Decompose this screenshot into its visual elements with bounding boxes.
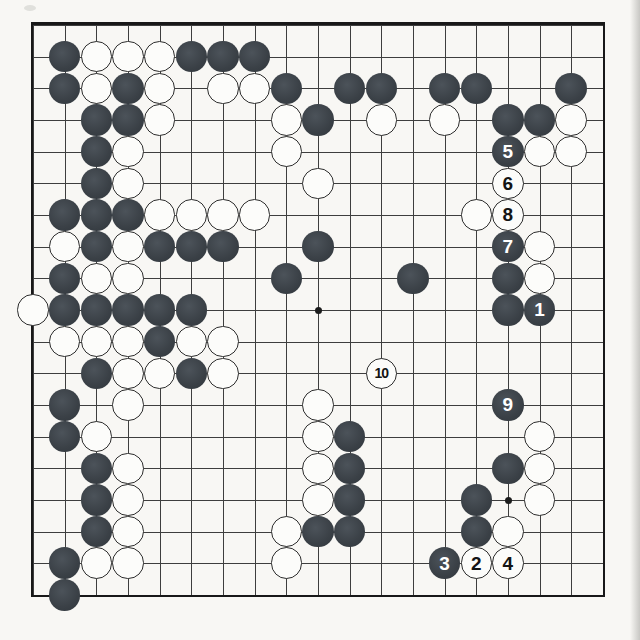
stone-white[interactable] [144, 358, 175, 389]
move-number: 7 [503, 237, 514, 256]
stone-white[interactable] [112, 547, 143, 578]
stone-white[interactable] [302, 421, 333, 452]
stone-black[interactable] [81, 294, 112, 325]
stone-white[interactable] [112, 168, 143, 199]
stone-black[interactable] [81, 484, 112, 515]
stone-white[interactable] [17, 294, 48, 325]
stone-white[interactable]: 4 [492, 547, 523, 578]
stone-white[interactable] [112, 389, 143, 420]
stone-black[interactable]: 1 [524, 294, 555, 325]
stone-white[interactable] [524, 231, 555, 262]
stone-black[interactable] [334, 484, 365, 515]
stone-black[interactable] [112, 294, 143, 325]
stone-black[interactable] [49, 421, 80, 452]
stone-white[interactable] [81, 41, 112, 72]
stone-white[interactable] [492, 516, 523, 547]
stone-white[interactable] [524, 421, 555, 452]
go-board: 56871109324 [17, 9, 619, 611]
stone-black[interactable] [144, 231, 175, 262]
stone-black[interactable] [492, 104, 523, 135]
stone-black[interactable] [492, 453, 523, 484]
stone-black[interactable] [49, 41, 80, 72]
move-number: 9 [503, 395, 514, 414]
move-number: 8 [503, 205, 514, 224]
stone-black[interactable] [112, 73, 143, 104]
stone-white[interactable] [81, 73, 112, 104]
stone-black[interactable] [461, 73, 492, 104]
stone-white[interactable] [81, 326, 112, 357]
stone-white[interactable] [524, 136, 555, 167]
stone-black[interactable] [302, 516, 333, 547]
move-number: 6 [503, 173, 514, 192]
stone-white[interactable] [524, 484, 555, 515]
stone-black[interactable] [239, 41, 270, 72]
stone-white[interactable] [524, 263, 555, 294]
stone-white[interactable] [239, 199, 270, 230]
stone-black[interactable] [49, 547, 80, 578]
stone-black[interactable]: 7 [492, 231, 523, 262]
stone-black[interactable] [207, 231, 238, 262]
stone-black[interactable] [81, 358, 112, 389]
stone-black[interactable] [49, 389, 80, 420]
stone-black[interactable] [524, 104, 555, 135]
stone-white[interactable] [302, 453, 333, 484]
stone-black[interactable] [49, 579, 80, 610]
stone-black[interactable] [492, 294, 523, 325]
stone-black[interactable] [144, 326, 175, 357]
stone-white[interactable] [271, 136, 302, 167]
stone-black[interactable] [492, 263, 523, 294]
stone-white[interactable] [112, 453, 143, 484]
stone-white[interactable] [429, 104, 460, 135]
stone-black[interactable] [397, 263, 428, 294]
move-number: 5 [503, 142, 514, 161]
stone-black[interactable] [176, 358, 207, 389]
stone-white[interactable] [302, 389, 333, 420]
stone-black[interactable] [112, 199, 143, 230]
stone-white[interactable] [207, 326, 238, 357]
stone-white[interactable] [81, 547, 112, 578]
stone-white[interactable] [524, 453, 555, 484]
stone-white[interactable] [176, 326, 207, 357]
stone-black[interactable] [144, 294, 175, 325]
stone-white[interactable] [207, 73, 238, 104]
move-number: 4 [503, 553, 514, 572]
stone-white[interactable] [81, 263, 112, 294]
stone-white[interactable]: 8 [492, 199, 523, 230]
stone-white[interactable] [112, 136, 143, 167]
stone-white[interactable] [555, 136, 586, 167]
stone-black[interactable] [81, 104, 112, 135]
stone-black[interactable] [461, 484, 492, 515]
stone-black[interactable] [176, 294, 207, 325]
stone-white[interactable] [112, 484, 143, 515]
stone-white[interactable] [302, 484, 333, 515]
stone-white[interactable] [144, 73, 175, 104]
stone-white[interactable] [239, 73, 270, 104]
stone-white[interactable]: 10 [366, 358, 397, 389]
stone-white[interactable] [271, 547, 302, 578]
stone-black[interactable] [366, 73, 397, 104]
stone-black[interactable] [271, 263, 302, 294]
stone-white[interactable] [112, 41, 143, 72]
scan-edge-shadow [630, 0, 640, 640]
stone-black[interactable] [81, 168, 112, 199]
stone-white[interactable] [302, 168, 333, 199]
stone-white[interactable] [271, 104, 302, 135]
stone-white[interactable] [112, 231, 143, 262]
stone-black[interactable] [334, 421, 365, 452]
stone-black[interactable] [81, 136, 112, 167]
stone-black[interactable] [555, 73, 586, 104]
stone-white[interactable] [366, 104, 397, 135]
stone-black[interactable] [49, 73, 80, 104]
stone-white[interactable] [271, 516, 302, 547]
stone-white[interactable] [112, 516, 143, 547]
stone-white[interactable] [81, 421, 112, 452]
stone-black[interactable] [429, 73, 460, 104]
stone-white[interactable] [49, 326, 80, 357]
stone-black[interactable]: 3 [429, 547, 460, 578]
stone-black[interactable] [207, 41, 238, 72]
stone-white[interactable] [144, 41, 175, 72]
stone-black[interactable] [112, 104, 143, 135]
stone-black[interactable] [49, 199, 80, 230]
stone-black[interactable] [461, 516, 492, 547]
stone-white[interactable] [461, 199, 492, 230]
stone-black[interactable] [271, 73, 302, 104]
stone-white[interactable] [207, 199, 238, 230]
stone-black[interactable] [81, 199, 112, 230]
stone-white[interactable]: 2 [461, 547, 492, 578]
stone-black[interactable] [49, 294, 80, 325]
stone-white[interactable] [112, 326, 143, 357]
stone-black[interactable] [334, 453, 365, 484]
stone-black[interactable] [334, 73, 365, 104]
stone-white[interactable] [176, 199, 207, 230]
stone-black[interactable] [81, 453, 112, 484]
stones-grid: 56871109324 [17, 9, 618, 610]
stone-black[interactable] [176, 41, 207, 72]
move-number: 2 [471, 553, 482, 572]
stone-black[interactable] [334, 516, 365, 547]
stone-black[interactable] [176, 231, 207, 262]
move-number: 10 [374, 366, 388, 380]
stone-white[interactable] [144, 199, 175, 230]
stone-white[interactable]: 6 [492, 168, 523, 199]
move-number: 3 [439, 553, 450, 572]
stone-white[interactable] [112, 263, 143, 294]
stone-black[interactable]: 9 [492, 389, 523, 420]
move-number: 1 [534, 300, 545, 319]
stone-white[interactable] [144, 104, 175, 135]
stone-black[interactable] [81, 516, 112, 547]
stone-black[interactable] [49, 263, 80, 294]
stone-white[interactable] [207, 358, 238, 389]
stone-white[interactable] [112, 358, 143, 389]
stone-black[interactable] [302, 104, 333, 135]
stone-black[interactable]: 5 [492, 136, 523, 167]
stone-black[interactable] [302, 231, 333, 262]
stone-white[interactable] [555, 104, 586, 135]
stone-black[interactable] [81, 231, 112, 262]
stone-white[interactable] [49, 231, 80, 262]
